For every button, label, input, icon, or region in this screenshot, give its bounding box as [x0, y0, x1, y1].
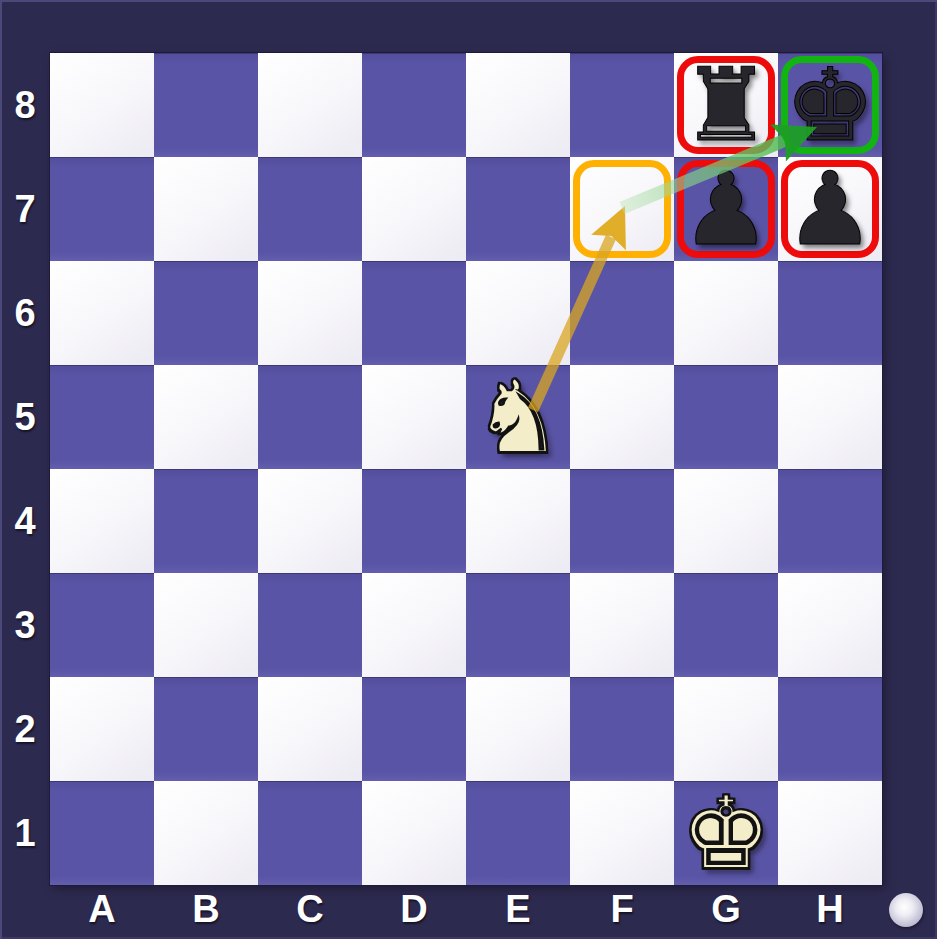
- square-d4[interactable]: [362, 469, 466, 573]
- square-c4[interactable]: [258, 469, 362, 573]
- square-d2[interactable]: [362, 677, 466, 781]
- square-e2[interactable]: [466, 677, 570, 781]
- piece-bk-h8: ♚: [778, 53, 882, 157]
- square-h5[interactable]: [778, 365, 882, 469]
- piece-wn-e5: ♞: [466, 365, 570, 469]
- square-h1[interactable]: [778, 781, 882, 885]
- square-h8[interactable]: ♚: [778, 53, 882, 157]
- square-f6[interactable]: [570, 261, 674, 365]
- square-h3[interactable]: [778, 573, 882, 677]
- square-g3[interactable]: [674, 573, 778, 677]
- square-a1[interactable]: [50, 781, 154, 885]
- piece-bp-g7: ♟: [674, 157, 778, 261]
- square-a5[interactable]: [50, 365, 154, 469]
- square-g1[interactable]: ♚: [674, 781, 778, 885]
- square-e5[interactable]: ♞: [466, 365, 570, 469]
- square-f5[interactable]: [570, 365, 674, 469]
- square-e1[interactable]: [466, 781, 570, 885]
- square-f2[interactable]: [570, 677, 674, 781]
- square-b6[interactable]: [154, 261, 258, 365]
- square-g8[interactable]: ♜: [674, 53, 778, 157]
- highlight-ring-h7: [781, 160, 879, 258]
- rank-label-4: 4: [0, 469, 50, 573]
- sphere-ornament: [889, 893, 923, 927]
- square-h4[interactable]: [778, 469, 882, 573]
- file-label-e: E: [466, 884, 570, 934]
- square-a3[interactable]: [50, 573, 154, 677]
- rank-label-1: 1: [0, 781, 50, 885]
- rank-label-8: 8: [0, 53, 50, 157]
- rank-label-3: 3: [0, 573, 50, 677]
- square-f7[interactable]: [570, 157, 674, 261]
- square-c3[interactable]: [258, 573, 362, 677]
- square-d7[interactable]: [362, 157, 466, 261]
- file-label-c: C: [258, 884, 362, 934]
- square-e7[interactable]: [466, 157, 570, 261]
- file-label-h: H: [778, 884, 882, 934]
- square-d8[interactable]: [362, 53, 466, 157]
- file-label-d: D: [362, 884, 466, 934]
- piece-wk-g1: ♚: [674, 781, 778, 885]
- square-d6[interactable]: [362, 261, 466, 365]
- square-c6[interactable]: [258, 261, 362, 365]
- square-g7[interactable]: ♟: [674, 157, 778, 261]
- square-f4[interactable]: [570, 469, 674, 573]
- square-a2[interactable]: [50, 677, 154, 781]
- square-c1[interactable]: [258, 781, 362, 885]
- rank-label-2: 2: [0, 677, 50, 781]
- square-c5[interactable]: [258, 365, 362, 469]
- chess-board: ♜♚♟♟♞♚: [50, 53, 882, 885]
- highlight-ring-h8: [781, 56, 879, 154]
- square-a6[interactable]: [50, 261, 154, 365]
- square-b3[interactable]: [154, 573, 258, 677]
- square-g2[interactable]: [674, 677, 778, 781]
- square-f3[interactable]: [570, 573, 674, 677]
- highlight-ring-f7: [573, 160, 671, 258]
- square-e8[interactable]: [466, 53, 570, 157]
- square-h2[interactable]: [778, 677, 882, 781]
- square-g6[interactable]: [674, 261, 778, 365]
- file-label-g: G: [674, 884, 778, 934]
- square-c8[interactable]: [258, 53, 362, 157]
- square-b2[interactable]: [154, 677, 258, 781]
- square-b4[interactable]: [154, 469, 258, 573]
- square-e3[interactable]: [466, 573, 570, 677]
- square-a7[interactable]: [50, 157, 154, 261]
- square-c2[interactable]: [258, 677, 362, 781]
- board-frame: ♜♚♟♟♞♚ 87654321 ABCDEFGH: [0, 0, 937, 939]
- square-a8[interactable]: [50, 53, 154, 157]
- file-label-a: A: [50, 884, 154, 934]
- piece-bp-h7: ♟: [778, 157, 882, 261]
- square-f8[interactable]: [570, 53, 674, 157]
- square-b7[interactable]: [154, 157, 258, 261]
- square-b1[interactable]: [154, 781, 258, 885]
- rank-label-6: 6: [0, 261, 50, 365]
- square-h7[interactable]: ♟: [778, 157, 882, 261]
- rank-label-7: 7: [0, 157, 50, 261]
- piece-br-g8: ♜: [674, 53, 778, 157]
- square-c7[interactable]: [258, 157, 362, 261]
- square-h6[interactable]: [778, 261, 882, 365]
- square-d5[interactable]: [362, 365, 466, 469]
- square-e4[interactable]: [466, 469, 570, 573]
- square-b8[interactable]: [154, 53, 258, 157]
- square-d3[interactable]: [362, 573, 466, 677]
- highlight-ring-g8: [677, 56, 775, 154]
- square-f1[interactable]: [570, 781, 674, 885]
- square-d1[interactable]: [362, 781, 466, 885]
- highlight-ring-g7: [677, 160, 775, 258]
- square-e6[interactable]: [466, 261, 570, 365]
- square-g5[interactable]: [674, 365, 778, 469]
- square-g4[interactable]: [674, 469, 778, 573]
- square-a4[interactable]: [50, 469, 154, 573]
- file-label-f: F: [570, 884, 674, 934]
- file-label-b: B: [154, 884, 258, 934]
- square-b5[interactable]: [154, 365, 258, 469]
- rank-label-5: 5: [0, 365, 50, 469]
